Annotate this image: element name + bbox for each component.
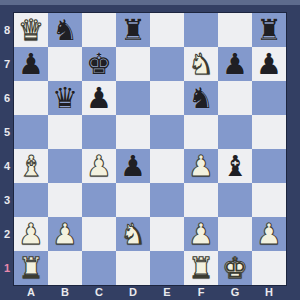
file-label-f: F: [184, 286, 218, 300]
square-d8[interactable]: ♜: [116, 13, 150, 47]
square-d2[interactable]: ♞: [116, 217, 150, 251]
square-d6[interactable]: [116, 81, 150, 115]
white-pawn-piece: ♟: [256, 217, 282, 251]
rank-label-6: 6: [0, 81, 14, 115]
square-g6[interactable]: [218, 81, 252, 115]
white-rook-piece: ♜: [188, 251, 214, 285]
square-e5[interactable]: [150, 115, 184, 149]
black-knight-piece: ♞: [188, 81, 214, 115]
square-c5[interactable]: [82, 115, 116, 149]
file-label-b: B: [48, 286, 82, 300]
file-label-c: C: [82, 286, 116, 300]
square-d4[interactable]: ♟: [116, 149, 150, 183]
square-b7[interactable]: [48, 47, 82, 81]
square-a2[interactable]: ♟: [14, 217, 48, 251]
white-king-piece: ♚: [222, 251, 248, 285]
square-c1[interactable]: [82, 251, 116, 285]
square-e8[interactable]: [150, 13, 184, 47]
square-f6[interactable]: ♞: [184, 81, 218, 115]
square-c2[interactable]: [82, 217, 116, 251]
black-pawn-piece: ♟: [222, 47, 248, 81]
black-rook-piece: ♜: [120, 13, 146, 47]
rank-label-7: 7: [0, 47, 14, 81]
square-f2[interactable]: ♟: [184, 217, 218, 251]
black-bishop-piece: ♝: [222, 149, 248, 183]
square-g2[interactable]: [218, 217, 252, 251]
square-a3[interactable]: [14, 183, 48, 217]
black-pawn-piece: ♟: [120, 149, 146, 183]
square-e4[interactable]: [150, 149, 184, 183]
chess-board-frame: ♛♞♜♜♟♚♞♟♟♛♟♞♝♟♟♟♝♟♟♞♟♟♜♜♚ 87654321ABCDEF…: [0, 0, 300, 300]
square-b1[interactable]: [48, 251, 82, 285]
white-pawn-piece: ♟: [52, 217, 78, 251]
square-d3[interactable]: [116, 183, 150, 217]
file-label-d: D: [116, 286, 150, 300]
black-pawn-piece: ♟: [18, 47, 44, 81]
rank-label-1: 1: [0, 251, 14, 285]
black-pawn-piece: ♟: [86, 81, 112, 115]
square-h3[interactable]: [252, 183, 286, 217]
white-knight-piece: ♞: [120, 217, 146, 251]
file-label-e: E: [150, 286, 184, 300]
square-g1[interactable]: ♚: [218, 251, 252, 285]
square-h4[interactable]: [252, 149, 286, 183]
square-b4[interactable]: [48, 149, 82, 183]
white-knight-piece: ♞: [188, 47, 214, 81]
square-e3[interactable]: [150, 183, 184, 217]
white-pawn-piece: ♟: [188, 217, 214, 251]
square-f5[interactable]: [184, 115, 218, 149]
white-pawn-piece: ♟: [188, 149, 214, 183]
black-knight-piece: ♞: [52, 13, 78, 47]
square-a8[interactable]: ♛: [14, 13, 48, 47]
file-label-a: A: [14, 286, 48, 300]
square-b3[interactable]: [48, 183, 82, 217]
window-top-strip: [0, 0, 300, 5]
square-b5[interactable]: [48, 115, 82, 149]
black-queen-piece: ♛: [52, 81, 78, 115]
square-f1[interactable]: ♜: [184, 251, 218, 285]
rank-label-3: 3: [0, 183, 14, 217]
square-c3[interactable]: [82, 183, 116, 217]
square-f8[interactable]: [184, 13, 218, 47]
square-e1[interactable]: [150, 251, 184, 285]
square-f3[interactable]: [184, 183, 218, 217]
square-h2[interactable]: ♟: [252, 217, 286, 251]
square-d7[interactable]: [116, 47, 150, 81]
square-a4[interactable]: ♝: [14, 149, 48, 183]
square-a7[interactable]: ♟: [14, 47, 48, 81]
square-h1[interactable]: [252, 251, 286, 285]
file-label-h: H: [252, 286, 286, 300]
white-pawn-piece: ♟: [86, 149, 112, 183]
rank-label-4: 4: [0, 149, 14, 183]
square-c8[interactable]: [82, 13, 116, 47]
square-c6[interactable]: ♟: [82, 81, 116, 115]
square-e7[interactable]: [150, 47, 184, 81]
square-h8[interactable]: ♜: [252, 13, 286, 47]
square-f7[interactable]: ♞: [184, 47, 218, 81]
square-a1[interactable]: ♜: [14, 251, 48, 285]
black-king-piece: ♚: [86, 47, 112, 81]
square-g3[interactable]: [218, 183, 252, 217]
square-a6[interactable]: [14, 81, 48, 115]
square-c7[interactable]: ♚: [82, 47, 116, 81]
square-f4[interactable]: ♟: [184, 149, 218, 183]
square-b2[interactable]: ♟: [48, 217, 82, 251]
black-pawn-piece: ♟: [256, 47, 282, 81]
white-queen-piece: ♛: [18, 13, 44, 47]
square-h5[interactable]: [252, 115, 286, 149]
square-h6[interactable]: [252, 81, 286, 115]
rank-label-8: 8: [0, 13, 14, 47]
white-bishop-piece: ♝: [18, 149, 44, 183]
chess-board: ♛♞♜♜♟♚♞♟♟♛♟♞♝♟♟♟♝♟♟♞♟♟♜♜♚: [14, 13, 286, 285]
white-pawn-piece: ♟: [18, 217, 44, 251]
square-d5[interactable]: [116, 115, 150, 149]
square-e6[interactable]: [150, 81, 184, 115]
file-label-g: G: [218, 286, 252, 300]
square-d1[interactable]: [116, 251, 150, 285]
square-c4[interactable]: ♟: [82, 149, 116, 183]
square-g8[interactable]: [218, 13, 252, 47]
square-e2[interactable]: [150, 217, 184, 251]
square-g4[interactable]: ♝: [218, 149, 252, 183]
rank-label-2: 2: [0, 217, 14, 251]
square-a5[interactable]: [14, 115, 48, 149]
square-g7[interactable]: ♟: [218, 47, 252, 81]
black-rook-piece: ♜: [256, 13, 282, 47]
rank-label-5: 5: [0, 115, 14, 149]
square-b6[interactable]: ♛: [48, 81, 82, 115]
square-h7[interactable]: ♟: [252, 47, 286, 81]
square-g5[interactable]: [218, 115, 252, 149]
square-b8[interactable]: ♞: [48, 13, 82, 47]
white-rook-piece: ♜: [18, 251, 44, 285]
